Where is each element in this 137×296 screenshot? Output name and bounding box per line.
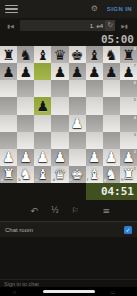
square-g2[interactable]: ♟: [103, 149, 120, 166]
square-f5[interactable]: [86, 97, 103, 114]
black-pawn: ♟: [71, 65, 84, 79]
square-b1[interactable]: ♞b: [17, 166, 34, 183]
square-a5[interactable]: [0, 97, 17, 114]
square-c1[interactable]: ♝c: [34, 166, 51, 183]
square-g8[interactable]: ♞: [103, 46, 120, 63]
chat-room-title: Chat room: [5, 227, 33, 233]
opponent-clock-row: 05:00: [0, 33, 137, 46]
square-d2[interactable]: ♟: [51, 149, 68, 166]
square-c8[interactable]: ♝: [34, 46, 51, 63]
rank-label-1: 1: [134, 167, 136, 171]
chat-toggle-checkbox[interactable]: ✓: [124, 226, 132, 234]
square-d1[interactable]: ♛d: [51, 166, 68, 183]
white-pawn: ♟: [71, 116, 84, 130]
android-nav-bar: ◁ ▭: [0, 287, 137, 296]
white-knight: ♞: [19, 167, 32, 181]
square-d7[interactable]: ♟: [51, 63, 68, 80]
square-b6[interactable]: [17, 80, 34, 97]
sign-in-button[interactable]: SIGN IN: [107, 6, 132, 12]
black-queen: ♛: [54, 48, 67, 62]
square-f8[interactable]: ♝: [86, 46, 103, 63]
black-pawn: ♟: [54, 65, 67, 79]
square-b8[interactable]: ♞: [17, 46, 34, 63]
square-b3[interactable]: [17, 132, 34, 149]
square-e7[interactable]: ♟: [69, 63, 86, 80]
square-d6[interactable]: [51, 80, 68, 97]
resign-flag-icon[interactable]: ⚐: [69, 206, 81, 215]
white-clock: 04:51: [101, 185, 134, 198]
app-bar: ⚙ SIGN IN: [0, 0, 137, 18]
menu-icon[interactable]: [5, 5, 18, 14]
takeback-icon[interactable]: ↶: [28, 206, 40, 216]
square-a4[interactable]: [0, 115, 17, 132]
black-pawn: ♟: [2, 65, 15, 79]
file-label-d: d: [52, 178, 54, 182]
white-pawn: ♟: [37, 150, 50, 164]
white-pawn: ♟: [88, 150, 101, 164]
square-f2[interactable]: ♟: [86, 149, 103, 166]
square-g3[interactable]: [103, 132, 120, 149]
nav-back-icon[interactable]: ◁: [12, 289, 16, 295]
square-e1[interactable]: ♚e: [69, 166, 86, 183]
white-pawn: ♟: [105, 150, 118, 164]
square-h3[interactable]: 3: [120, 132, 137, 149]
square-c4[interactable]: [34, 115, 51, 132]
white-queen: ♛: [54, 167, 67, 181]
black-pawn: ♟: [19, 65, 32, 79]
square-e8[interactable]: ♚: [69, 46, 86, 63]
black-pawn: ♟: [105, 65, 118, 79]
white-pawn: ♟: [54, 150, 67, 164]
file-label-c: c: [35, 178, 37, 182]
square-e5[interactable]: [69, 97, 86, 114]
square-b4[interactable]: [17, 115, 34, 132]
white-pawn: ♟: [2, 150, 15, 164]
square-f4[interactable]: [86, 115, 103, 132]
chat-header: Chat room ✓: [0, 222, 137, 237]
square-d3[interactable]: [51, 132, 68, 149]
rank-label-4: 4: [134, 116, 136, 120]
square-b2[interactable]: ♟: [17, 149, 34, 166]
black-pawn: ♟: [88, 65, 101, 79]
chat-messages-area: [0, 237, 137, 279]
rank-label-8: 8: [134, 47, 136, 51]
nav-right-icon[interactable]: ▭: [110, 289, 115, 295]
black-rook: ♜: [2, 48, 15, 62]
rank-label-6: 6: [134, 81, 136, 85]
move-list-icon[interactable]: ≡: [100, 206, 112, 216]
square-g7[interactable]: ♟: [103, 63, 120, 80]
square-d5[interactable]: [51, 97, 68, 114]
flip-board-icon[interactable]: ↻: [105, 20, 115, 31]
square-c6[interactable]: [34, 80, 51, 97]
square-h2[interactable]: ♟2: [120, 149, 137, 166]
square-c2[interactable]: ♟: [34, 149, 51, 166]
rank-label-2: 2: [134, 150, 136, 154]
move-list-strip[interactable]: 1. e4 ↻: [20, 20, 115, 31]
black-king: ♚: [71, 48, 84, 62]
square-h1[interactable]: ♜1h: [120, 166, 137, 183]
square-h5[interactable]: 5: [120, 97, 137, 114]
gear-icon[interactable]: ⚙: [91, 5, 98, 13]
black-knight: ♞: [105, 48, 118, 62]
square-h8[interactable]: ♜8: [120, 46, 137, 63]
square-h4[interactable]: 4: [120, 115, 137, 132]
square-g1[interactable]: ♞g: [103, 166, 120, 183]
white-knight: ♞: [105, 167, 118, 181]
active-clock-box: 04:51: [86, 183, 137, 200]
square-g5[interactable]: [103, 97, 120, 114]
black-pawn: ♟: [37, 99, 50, 113]
square-a3[interactable]: [0, 132, 17, 149]
white-king: ♚: [71, 167, 84, 181]
white-rook: ♜: [2, 167, 15, 181]
square-a1[interactable]: ♜a: [0, 166, 17, 183]
lichess-app-screen: ⚙ SIGN IN ▮◀ 1. e4 ↻ ▶▮ 05:00 ♜♞♝♛♚♝♞♜8♟…: [0, 0, 137, 296]
file-label-e: e: [70, 178, 72, 182]
game-actions-row: ↶ ½ ⚐ ≡: [0, 200, 137, 221]
file-label-f: f: [87, 178, 88, 182]
black-clock: 05:00: [101, 33, 134, 46]
rank-label-7: 7: [134, 64, 136, 68]
square-f3[interactable]: [86, 132, 103, 149]
white-pawn: ♟: [19, 150, 32, 164]
player-clock-row: 04:51: [0, 183, 137, 200]
file-label-b: b: [18, 178, 20, 182]
chat-input[interactable]: Sign in to chat: [0, 279, 137, 287]
move-list-text: 1. e4: [90, 23, 105, 29]
square-g6[interactable]: [103, 80, 120, 97]
rank-label-3: 3: [134, 133, 136, 137]
white-bishop: ♝: [88, 167, 101, 181]
rank-label-5: 5: [134, 98, 136, 102]
square-e6[interactable]: [69, 80, 86, 97]
square-d4[interactable]: [51, 115, 68, 132]
black-bishop: ♝: [88, 48, 101, 62]
square-c5[interactable]: ♟: [34, 97, 51, 114]
square-f7[interactable]: ♟: [86, 63, 103, 80]
square-a6[interactable]: [0, 80, 17, 97]
square-c7[interactable]: [34, 63, 51, 80]
go-to-start-icon[interactable]: ▮◀: [4, 23, 17, 29]
black-bishop: ♝: [37, 48, 50, 62]
square-e2[interactable]: [69, 149, 86, 166]
square-e4[interactable]: ♟: [69, 115, 86, 132]
square-f6[interactable]: [86, 80, 103, 97]
square-f1[interactable]: ♝f: [86, 166, 103, 183]
square-g4[interactable]: [103, 115, 120, 132]
chat-input-placeholder: Sign in to chat: [4, 281, 39, 287]
square-c3[interactable]: [34, 132, 51, 149]
offer-draw-icon[interactable]: ½: [49, 206, 61, 215]
white-bishop: ♝: [37, 167, 50, 181]
file-label-a: a: [1, 178, 3, 182]
square-a2[interactable]: ♟: [0, 149, 17, 166]
file-label-g: g: [104, 178, 106, 182]
square-h7[interactable]: ♟7: [120, 63, 137, 80]
square-e3[interactable]: [69, 132, 86, 149]
chess-board[interactable]: ♜♞♝♛♚♝♞♜8♟♟♟♟♟♟♟76♟5♟43♟♟♟♟♟♟♟2♜a♞b♝c♛d♚…: [0, 46, 137, 183]
square-b5[interactable]: [17, 97, 34, 114]
square-b7[interactable]: ♟: [17, 63, 34, 80]
square-a7[interactable]: ♟: [0, 63, 17, 80]
move-nav-row: ▮◀ 1. e4 ↻ ▶▮: [0, 18, 137, 33]
gesture-pill[interactable]: [43, 290, 95, 293]
square-h6[interactable]: 6: [120, 80, 137, 97]
go-to-end-icon[interactable]: ▶▮: [118, 23, 131, 29]
file-label-h: h: [121, 178, 123, 182]
square-d8[interactable]: ♛: [51, 46, 68, 63]
black-knight: ♞: [19, 48, 32, 62]
square-a8[interactable]: ♜: [0, 46, 17, 63]
